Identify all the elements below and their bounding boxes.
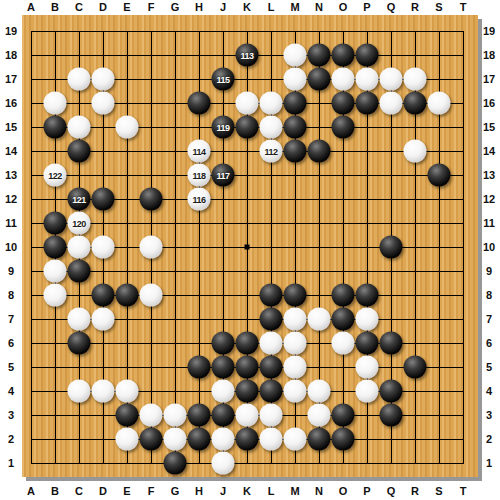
black-stone-S13 xyxy=(428,164,451,187)
white-stone-F8 xyxy=(140,284,163,307)
coord-label-right-8: 8 xyxy=(486,289,492,301)
black-stone-E8 xyxy=(116,284,139,307)
coord-label-top-F: F xyxy=(148,1,155,13)
coord-label-left-5: 5 xyxy=(8,361,14,373)
black-stone-F12 xyxy=(140,188,163,211)
black-stone-L8 xyxy=(260,284,283,307)
white-stone-K16 xyxy=(236,92,259,115)
white-stone-D16 xyxy=(92,92,115,115)
white-stone-E15 xyxy=(116,116,139,139)
coord-label-right-1: 1 xyxy=(486,457,492,469)
white-stone-J4 xyxy=(212,380,235,403)
move-number-label-L14: 112 xyxy=(260,140,283,163)
white-stone-B9 xyxy=(44,260,67,283)
white-stone-Q17 xyxy=(380,68,403,91)
white-stone-C15 xyxy=(68,116,91,139)
coord-label-left-3: 3 xyxy=(8,409,14,421)
white-stone-N4 xyxy=(308,380,331,403)
coord-label-top-M: M xyxy=(290,1,299,13)
black-stone-O16 xyxy=(332,92,355,115)
white-stone-D17 xyxy=(92,68,115,91)
black-stone-H3 xyxy=(188,404,211,427)
coord-label-top-D: D xyxy=(99,1,107,13)
black-stone-H2 xyxy=(188,428,211,451)
black-stone-O15 xyxy=(332,116,355,139)
black-stone-B15 xyxy=(44,116,67,139)
black-stone-N18 xyxy=(308,44,331,67)
black-stone-K5 xyxy=(236,356,259,379)
coord-label-left-17: 17 xyxy=(5,73,17,85)
black-stone-B10 xyxy=(44,236,67,259)
white-stone-R17 xyxy=(404,68,427,91)
black-stone-H5 xyxy=(188,356,211,379)
black-stone-R16 xyxy=(404,92,427,115)
coord-label-top-L: L xyxy=(268,1,275,13)
white-stone-R14 xyxy=(404,140,427,163)
coord-label-right-12: 12 xyxy=(483,193,495,205)
coord-label-bottom-B: B xyxy=(51,485,59,497)
white-stone-M5 xyxy=(284,356,307,379)
coord-label-left-9: 9 xyxy=(8,265,14,277)
black-stone-J6 xyxy=(212,332,235,355)
black-stone-P8 xyxy=(356,284,379,307)
coord-label-top-C: C xyxy=(75,1,83,13)
coord-label-top-N: N xyxy=(315,1,323,13)
coord-label-top-O: O xyxy=(339,1,348,13)
white-stone-L16 xyxy=(260,92,283,115)
coord-label-top-H: H xyxy=(195,1,203,13)
white-stone-C4 xyxy=(68,380,91,403)
coord-label-left-1: 1 xyxy=(8,457,14,469)
white-stone-K3 xyxy=(236,404,259,427)
coord-label-bottom-H: H xyxy=(195,485,203,497)
white-stone-G2 xyxy=(164,428,187,451)
black-stone-F2 xyxy=(140,428,163,451)
white-stone-E2 xyxy=(116,428,139,451)
white-stone-N3 xyxy=(308,404,331,427)
coord-label-bottom-S: S xyxy=(435,485,442,497)
black-stone-O3 xyxy=(332,404,355,427)
coord-label-right-17: 17 xyxy=(483,73,495,85)
white-stone-M6 xyxy=(284,332,307,355)
white-stone-P4 xyxy=(356,380,379,403)
black-stone-N17 xyxy=(308,68,331,91)
coord-label-right-9: 9 xyxy=(486,265,492,277)
white-stone-F3 xyxy=(140,404,163,427)
white-stone-L6 xyxy=(260,332,283,355)
move-number-label-H13: 118 xyxy=(188,164,211,187)
move-number-label-C12: 121 xyxy=(68,188,91,211)
coord-label-bottom-Q: Q xyxy=(387,485,396,497)
black-stone-G1 xyxy=(164,452,187,475)
black-stone-C9 xyxy=(68,260,91,283)
white-stone-N7 xyxy=(308,308,331,331)
black-stone-C14 xyxy=(68,140,91,163)
black-stone-P18 xyxy=(356,44,379,67)
white-stone-B16 xyxy=(44,92,67,115)
coord-label-bottom-R: R xyxy=(411,485,419,497)
black-stone-M16 xyxy=(284,92,307,115)
coord-label-bottom-A: A xyxy=(27,485,35,497)
black-stone-M15 xyxy=(284,116,307,139)
coord-label-right-14: 14 xyxy=(483,145,495,157)
coord-label-top-K: K xyxy=(243,1,251,13)
coord-label-bottom-D: D xyxy=(99,485,107,497)
black-stone-N2 xyxy=(308,428,331,451)
coord-label-top-T: T xyxy=(460,1,467,13)
coord-label-right-18: 18 xyxy=(483,49,495,61)
coord-label-left-14: 14 xyxy=(5,145,17,157)
white-stone-M18 xyxy=(284,44,307,67)
move-number-label-J13: 117 xyxy=(212,164,235,187)
coord-label-right-15: 15 xyxy=(483,121,495,133)
coord-label-left-8: 8 xyxy=(8,289,14,301)
coord-label-bottom-M: M xyxy=(290,485,299,497)
coord-label-right-10: 10 xyxy=(483,241,495,253)
coord-label-left-6: 6 xyxy=(8,337,14,349)
coord-label-bottom-P: P xyxy=(363,485,370,497)
coord-label-top-J: J xyxy=(220,1,226,13)
white-stone-C11: 120 xyxy=(68,212,91,235)
white-stone-C10 xyxy=(68,236,91,259)
black-stone-J3 xyxy=(212,404,235,427)
coord-label-bottom-K: K xyxy=(243,485,251,497)
black-stone-J17: 115 xyxy=(212,68,235,91)
white-stone-L15 xyxy=(260,116,283,139)
black-stone-M8 xyxy=(284,284,307,307)
coord-label-left-15: 15 xyxy=(5,121,17,133)
black-stone-O7 xyxy=(332,308,355,331)
coord-label-right-5: 5 xyxy=(486,361,492,373)
coord-label-top-P: P xyxy=(363,1,370,13)
white-stone-H14: 114 xyxy=(188,140,211,163)
coord-label-top-G: G xyxy=(171,1,180,13)
coord-label-right-16: 16 xyxy=(483,97,495,109)
coord-label-right-2: 2 xyxy=(486,433,492,445)
coord-label-bottom-N: N xyxy=(315,485,323,497)
coord-label-right-6: 6 xyxy=(486,337,492,349)
black-stone-D12 xyxy=(92,188,115,211)
coord-label-left-12: 12 xyxy=(5,193,17,205)
coord-label-left-2: 2 xyxy=(8,433,14,445)
coord-label-left-19: 19 xyxy=(5,25,17,37)
white-stone-B8 xyxy=(44,284,67,307)
black-stone-O18 xyxy=(332,44,355,67)
black-stone-M14 xyxy=(284,140,307,163)
black-stone-C6 xyxy=(68,332,91,355)
black-stone-J5 xyxy=(212,356,235,379)
white-stone-S16 xyxy=(428,92,451,115)
black-stone-K6 xyxy=(236,332,259,355)
black-stone-P6 xyxy=(356,332,379,355)
white-stone-L2 xyxy=(260,428,283,451)
move-number-label-J15: 119 xyxy=(212,116,235,139)
white-stone-J1 xyxy=(212,452,235,475)
black-stone-O2 xyxy=(332,428,355,451)
move-number-label-H14: 114 xyxy=(188,140,211,163)
coord-label-top-A: A xyxy=(27,1,35,13)
white-stone-G3 xyxy=(164,404,187,427)
coord-label-right-13: 13 xyxy=(483,169,495,181)
coord-label-top-R: R xyxy=(411,1,419,13)
black-stone-L4 xyxy=(260,380,283,403)
black-stone-O8 xyxy=(332,284,355,307)
coord-label-right-11: 11 xyxy=(483,217,495,229)
grid-line-horizontal xyxy=(31,271,464,272)
coord-label-left-16: 16 xyxy=(5,97,17,109)
white-stone-M17 xyxy=(284,68,307,91)
black-stone-K4 xyxy=(236,380,259,403)
move-number-label-H12: 116 xyxy=(188,188,211,211)
black-stone-K15 xyxy=(236,116,259,139)
black-stone-R5 xyxy=(404,356,427,379)
white-stone-P7 xyxy=(356,308,379,331)
coord-label-bottom-G: G xyxy=(171,485,180,497)
black-stone-L5 xyxy=(260,356,283,379)
coord-label-left-11: 11 xyxy=(5,217,17,229)
star-point-K10 xyxy=(245,245,250,250)
coord-label-bottom-T: T xyxy=(460,485,467,497)
white-stone-L14: 112 xyxy=(260,140,283,163)
coord-label-left-10: 10 xyxy=(5,241,17,253)
black-stone-Q10 xyxy=(380,236,403,259)
white-stone-M2 xyxy=(284,428,307,451)
white-stone-D4 xyxy=(92,380,115,403)
black-stone-L7 xyxy=(260,308,283,331)
coord-label-top-Q: Q xyxy=(387,1,396,13)
white-stone-P17 xyxy=(356,68,379,91)
black-stone-K2 xyxy=(236,428,259,451)
coord-label-top-S: S xyxy=(435,1,442,13)
black-stone-J13: 117 xyxy=(212,164,235,187)
move-number-label-J17: 115 xyxy=(212,68,235,91)
black-stone-Q6 xyxy=(380,332,403,355)
white-stone-D10 xyxy=(92,236,115,259)
move-number-label-C11: 120 xyxy=(68,212,91,235)
white-stone-O6 xyxy=(332,332,355,355)
black-stone-K18: 113 xyxy=(236,44,259,67)
coord-label-right-7: 7 xyxy=(486,313,492,325)
coord-label-right-4: 4 xyxy=(486,385,492,397)
white-stone-Q16 xyxy=(380,92,403,115)
coord-label-bottom-L: L xyxy=(268,485,275,497)
black-stone-E3 xyxy=(116,404,139,427)
black-stone-P16 xyxy=(356,92,379,115)
coord-label-left-7: 7 xyxy=(8,313,14,325)
coord-label-right-3: 3 xyxy=(486,409,492,421)
coord-label-left-18: 18 xyxy=(5,49,17,61)
black-stone-Q3 xyxy=(380,404,403,427)
black-stone-D8 xyxy=(92,284,115,307)
move-number-label-K18: 113 xyxy=(236,44,259,67)
white-stone-M4 xyxy=(284,380,307,403)
coord-label-top-B: B xyxy=(51,1,59,13)
white-stone-D7 xyxy=(92,308,115,331)
coord-label-bottom-E: E xyxy=(123,485,130,497)
white-stone-L3 xyxy=(260,404,283,427)
black-stone-C12: 121 xyxy=(68,188,91,211)
coord-label-left-4: 4 xyxy=(8,385,14,397)
white-stone-J2 xyxy=(212,428,235,451)
black-stone-J15: 119 xyxy=(212,116,235,139)
coord-label-top-E: E xyxy=(123,1,130,13)
go-board-diagram: AABBCCDDEEFFGGHHJJKKLLMMNNOOPPQQRRSSTT19… xyxy=(0,0,500,500)
white-stone-M7 xyxy=(284,308,307,331)
white-stone-P5 xyxy=(356,356,379,379)
coord-label-bottom-C: C xyxy=(75,485,83,497)
black-stone-H16 xyxy=(188,92,211,115)
white-stone-C17 xyxy=(68,68,91,91)
coord-label-bottom-O: O xyxy=(339,485,348,497)
coord-label-bottom-F: F xyxy=(148,485,155,497)
white-stone-E4 xyxy=(116,380,139,403)
coord-label-left-13: 13 xyxy=(5,169,17,181)
white-stone-H12: 116 xyxy=(188,188,211,211)
black-stone-B11 xyxy=(44,212,67,235)
white-stone-C7 xyxy=(68,308,91,331)
move-number-label-B13: 122 xyxy=(44,164,67,187)
grid-line-vertical xyxy=(463,31,464,464)
white-stone-F10 xyxy=(140,236,163,259)
black-stone-Q4 xyxy=(380,380,403,403)
white-stone-B13: 122 xyxy=(44,164,67,187)
black-stone-N14 xyxy=(308,140,331,163)
coord-label-bottom-J: J xyxy=(220,485,226,497)
white-stone-H13: 118 xyxy=(188,164,211,187)
white-stone-O17 xyxy=(332,68,355,91)
coord-label-right-19: 19 xyxy=(483,25,495,37)
grid-line-horizontal xyxy=(31,463,464,464)
